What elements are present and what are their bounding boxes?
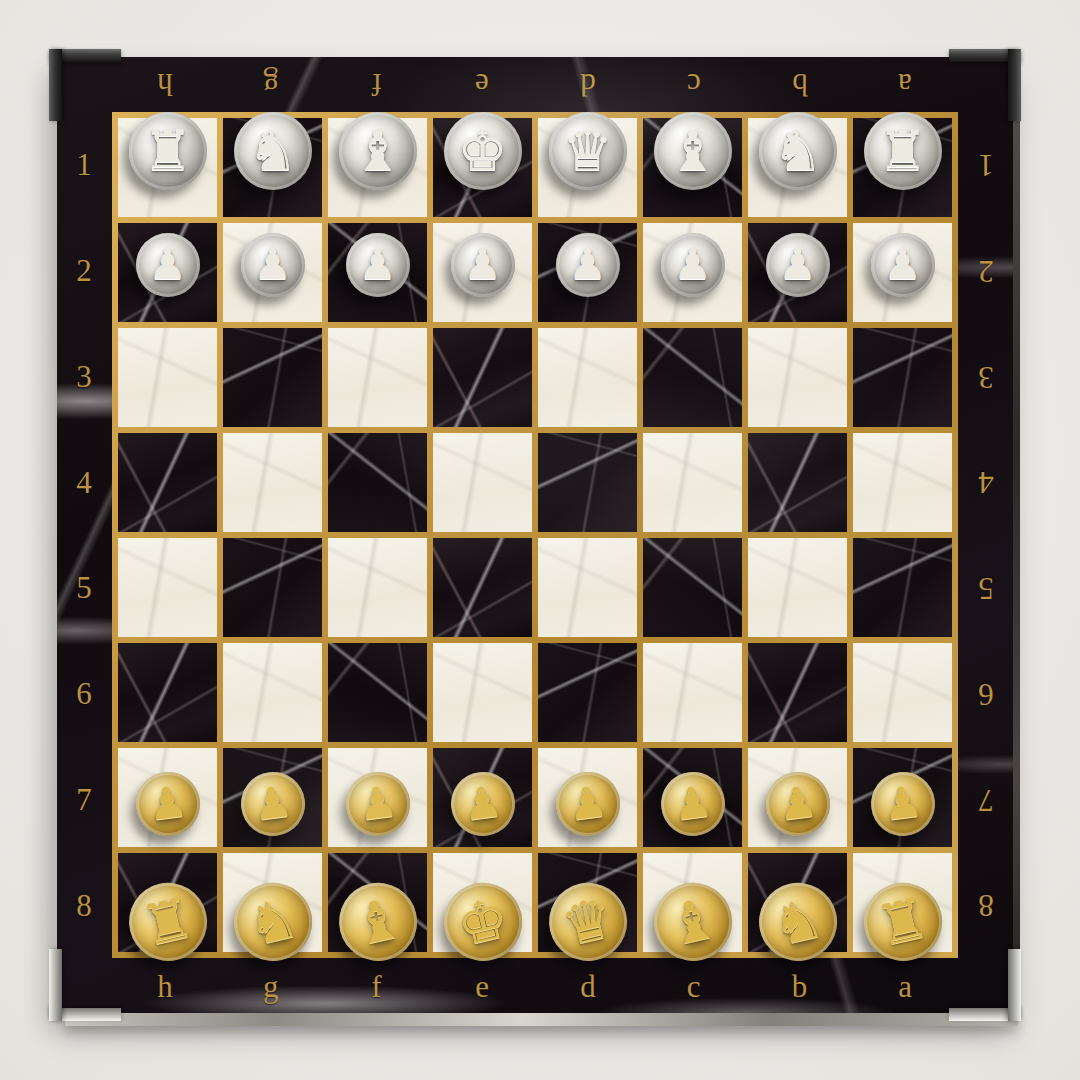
square-e4[interactable] <box>433 433 532 532</box>
square-c2[interactable]: ♟ <box>643 223 742 322</box>
rank-labels-right: 12345678 <box>963 112 1009 958</box>
piece-glyph-pawn: ♟ <box>883 243 922 286</box>
piece-silver-rook[interactable]: ♜ <box>118 101 217 200</box>
piece-glyph-pawn: ♟ <box>673 243 712 286</box>
piece-gold-pawn[interactable]: ♟ <box>742 748 852 858</box>
square-a8[interactable]: ♜ <box>853 853 952 952</box>
square-f1[interactable]: ♝ <box>328 118 427 217</box>
piece-gold-king[interactable]: ♚ <box>423 862 542 981</box>
piece-silver-pawn[interactable]: ♟ <box>223 215 322 314</box>
piece-gold-queen[interactable]: ♛ <box>528 862 647 981</box>
piece-glyph-pawn: ♟ <box>148 243 187 286</box>
piece-gold-bishop[interactable]: ♝ <box>633 862 752 981</box>
square-b2[interactable]: ♟ <box>748 223 847 322</box>
square-a5[interactable] <box>853 538 952 637</box>
square-h5[interactable] <box>118 538 217 637</box>
rank-labels-left: 12345678 <box>61 112 107 958</box>
square-h7[interactable]: ♟ <box>118 748 217 847</box>
square-g3[interactable] <box>223 328 322 427</box>
square-b6[interactable] <box>748 643 847 742</box>
rank-label-right-5: 5 <box>963 535 1009 641</box>
square-b8[interactable]: ♞ <box>748 853 847 952</box>
square-d8[interactable]: ♛ <box>538 853 637 952</box>
square-c6[interactable] <box>643 643 742 742</box>
square-d3[interactable] <box>538 328 637 427</box>
square-d6[interactable] <box>538 643 637 742</box>
rank-label-left-1: 1 <box>61 112 107 218</box>
piece-glyph-pawn: ♟ <box>776 780 820 827</box>
piece-glyph-pawn: ♟ <box>461 780 505 827</box>
square-f6[interactable] <box>328 643 427 742</box>
square-e3[interactable] <box>433 328 532 427</box>
piece-gold-pawn[interactable]: ♟ <box>427 748 537 858</box>
piece-glyph-queen: ♛ <box>562 123 612 179</box>
piece-glyph-pawn: ♟ <box>463 243 502 286</box>
square-f7[interactable]: ♟ <box>328 748 427 847</box>
square-e1[interactable]: ♚ <box>433 118 532 217</box>
piece-glyph-bishop: ♝ <box>667 123 717 179</box>
square-c7[interactable]: ♟ <box>643 748 742 847</box>
piece-glyph-pawn: ♟ <box>356 780 400 827</box>
piece-silver-pawn[interactable]: ♟ <box>538 215 637 314</box>
rank-label-right-3: 3 <box>963 324 1009 430</box>
square-h1[interactable]: ♜ <box>118 118 217 217</box>
square-a4[interactable] <box>853 433 952 532</box>
piece-gold-pawn[interactable]: ♟ <box>112 748 222 858</box>
square-g7[interactable]: ♟ <box>223 748 322 847</box>
piece-silver-pawn[interactable]: ♟ <box>643 215 742 314</box>
square-g8[interactable]: ♞ <box>223 853 322 952</box>
square-f3[interactable] <box>328 328 427 427</box>
piece-gold-pawn[interactable]: ♟ <box>322 748 432 858</box>
piece-glyph-pawn: ♟ <box>146 780 190 827</box>
square-c5[interactable] <box>643 538 742 637</box>
rank-label-right-1: 1 <box>963 112 1009 218</box>
square-d2[interactable]: ♟ <box>538 223 637 322</box>
piece-glyph-pawn: ♟ <box>671 780 715 827</box>
piece-glyph-rook: ♜ <box>142 123 192 179</box>
rank-label-left-3: 3 <box>61 324 107 430</box>
piece-glyph-pawn: ♟ <box>566 780 610 827</box>
piece-glyph-pawn: ♟ <box>881 780 925 827</box>
piece-gold-rook[interactable]: ♜ <box>843 862 962 981</box>
piece-silver-rook[interactable]: ♜ <box>853 101 952 200</box>
rank-label-right-6: 6 <box>963 641 1009 747</box>
square-c8[interactable]: ♝ <box>643 853 742 952</box>
square-f2[interactable]: ♟ <box>328 223 427 322</box>
piece-gold-pawn[interactable]: ♟ <box>847 748 957 858</box>
piece-gold-rook[interactable]: ♜ <box>108 862 227 981</box>
rank-label-left-6: 6 <box>61 641 107 747</box>
square-h4[interactable] <box>118 433 217 532</box>
square-e5[interactable] <box>433 538 532 637</box>
square-e7[interactable]: ♟ <box>433 748 532 847</box>
board-bottom-edge <box>65 1013 1018 1026</box>
piece-silver-bishop[interactable]: ♝ <box>643 101 742 200</box>
corner-bracket-bottom-right <box>949 949 1021 1021</box>
corner-bracket-top-left <box>49 49 121 121</box>
rank-label-right-7: 7 <box>963 747 1009 853</box>
piece-gold-bishop[interactable]: ♝ <box>318 862 437 981</box>
rank-label-left-8: 8 <box>61 852 107 958</box>
piece-glyph-knight: ♞ <box>247 123 297 179</box>
square-d7[interactable]: ♟ <box>538 748 637 847</box>
rank-label-right-4: 4 <box>963 429 1009 535</box>
board-grid: ♜♞♝♚♛♝♞♜♟♟♟♟♟♟♟♟♟♟♟♟♟♟♟♟♜♞♝♚♛♝♞♜ <box>112 112 958 958</box>
chess-board: hgfedcba hgfedcba 12345678 12345678 ♜♞♝♚… <box>57 57 1013 1013</box>
square-f4[interactable] <box>328 433 427 532</box>
piece-gold-pawn[interactable]: ♟ <box>217 748 327 858</box>
square-g4[interactable] <box>223 433 322 532</box>
piece-silver-queen[interactable]: ♛ <box>538 101 637 200</box>
piece-gold-pawn[interactable]: ♟ <box>637 748 747 858</box>
piece-glyph-pawn: ♟ <box>253 243 292 286</box>
piece-glyph-king: ♚ <box>457 123 507 179</box>
square-h6[interactable] <box>118 643 217 742</box>
piece-silver-pawn[interactable]: ♟ <box>118 215 217 314</box>
corner-bracket-bottom-left <box>49 949 121 1021</box>
square-g5[interactable] <box>223 538 322 637</box>
rank-label-left-7: 7 <box>61 747 107 853</box>
square-b5[interactable] <box>748 538 847 637</box>
square-g2[interactable]: ♟ <box>223 223 322 322</box>
rank-label-right-2: 2 <box>963 218 1009 324</box>
chess-board-photo: hgfedcba hgfedcba 12345678 12345678 ♜♞♝♚… <box>0 0 1080 1080</box>
square-e2[interactable]: ♟ <box>433 223 532 322</box>
piece-glyph-pawn: ♟ <box>778 243 817 286</box>
square-d1[interactable]: ♛ <box>538 118 637 217</box>
piece-silver-knight[interactable]: ♞ <box>223 101 322 200</box>
piece-gold-knight[interactable]: ♞ <box>213 862 332 981</box>
square-g1[interactable]: ♞ <box>223 118 322 217</box>
square-d5[interactable] <box>538 538 637 637</box>
square-e8[interactable]: ♚ <box>433 853 532 952</box>
square-b3[interactable] <box>748 328 847 427</box>
piece-silver-pawn[interactable]: ♟ <box>853 215 952 314</box>
square-c4[interactable] <box>643 433 742 532</box>
square-g6[interactable] <box>223 643 322 742</box>
piece-gold-knight[interactable]: ♞ <box>738 862 857 981</box>
piece-silver-pawn[interactable]: ♟ <box>433 215 532 314</box>
rank-label-left-5: 5 <box>61 535 107 641</box>
square-f8[interactable]: ♝ <box>328 853 427 952</box>
square-h2[interactable]: ♟ <box>118 223 217 322</box>
piece-glyph-pawn: ♟ <box>358 243 397 286</box>
square-c1[interactable]: ♝ <box>643 118 742 217</box>
square-a7[interactable]: ♟ <box>853 748 952 847</box>
square-h8[interactable]: ♜ <box>118 853 217 952</box>
square-b1[interactable]: ♞ <box>748 118 847 217</box>
square-b4[interactable] <box>748 433 847 532</box>
square-d4[interactable] <box>538 433 637 532</box>
square-b7[interactable]: ♟ <box>748 748 847 847</box>
board-right-edge <box>1013 69 1020 1017</box>
rank-label-right-8: 8 <box>963 852 1009 958</box>
piece-silver-knight[interactable]: ♞ <box>748 101 847 200</box>
rank-label-left-4: 4 <box>61 429 107 535</box>
piece-glyph-pawn: ♟ <box>568 243 607 286</box>
piece-silver-king[interactable]: ♚ <box>433 101 532 200</box>
piece-glyph-rook: ♜ <box>877 123 927 179</box>
piece-glyph-bishop: ♝ <box>352 123 402 179</box>
square-c3[interactable] <box>643 328 742 427</box>
piece-gold-pawn[interactable]: ♟ <box>532 748 642 858</box>
piece-silver-bishop[interactable]: ♝ <box>328 101 427 200</box>
square-a1[interactable]: ♜ <box>853 118 952 217</box>
square-h3[interactable] <box>118 328 217 427</box>
square-f5[interactable] <box>328 538 427 637</box>
rank-label-left-2: 2 <box>61 218 107 324</box>
square-a6[interactable] <box>853 643 952 742</box>
piece-silver-pawn[interactable]: ♟ <box>328 215 427 314</box>
square-a2[interactable]: ♟ <box>853 223 952 322</box>
square-e6[interactable] <box>433 643 532 742</box>
corner-bracket-top-right <box>949 49 1021 121</box>
piece-silver-pawn[interactable]: ♟ <box>748 215 847 314</box>
square-a3[interactable] <box>853 328 952 427</box>
piece-glyph-pawn: ♟ <box>251 780 295 827</box>
piece-glyph-knight: ♞ <box>772 123 822 179</box>
